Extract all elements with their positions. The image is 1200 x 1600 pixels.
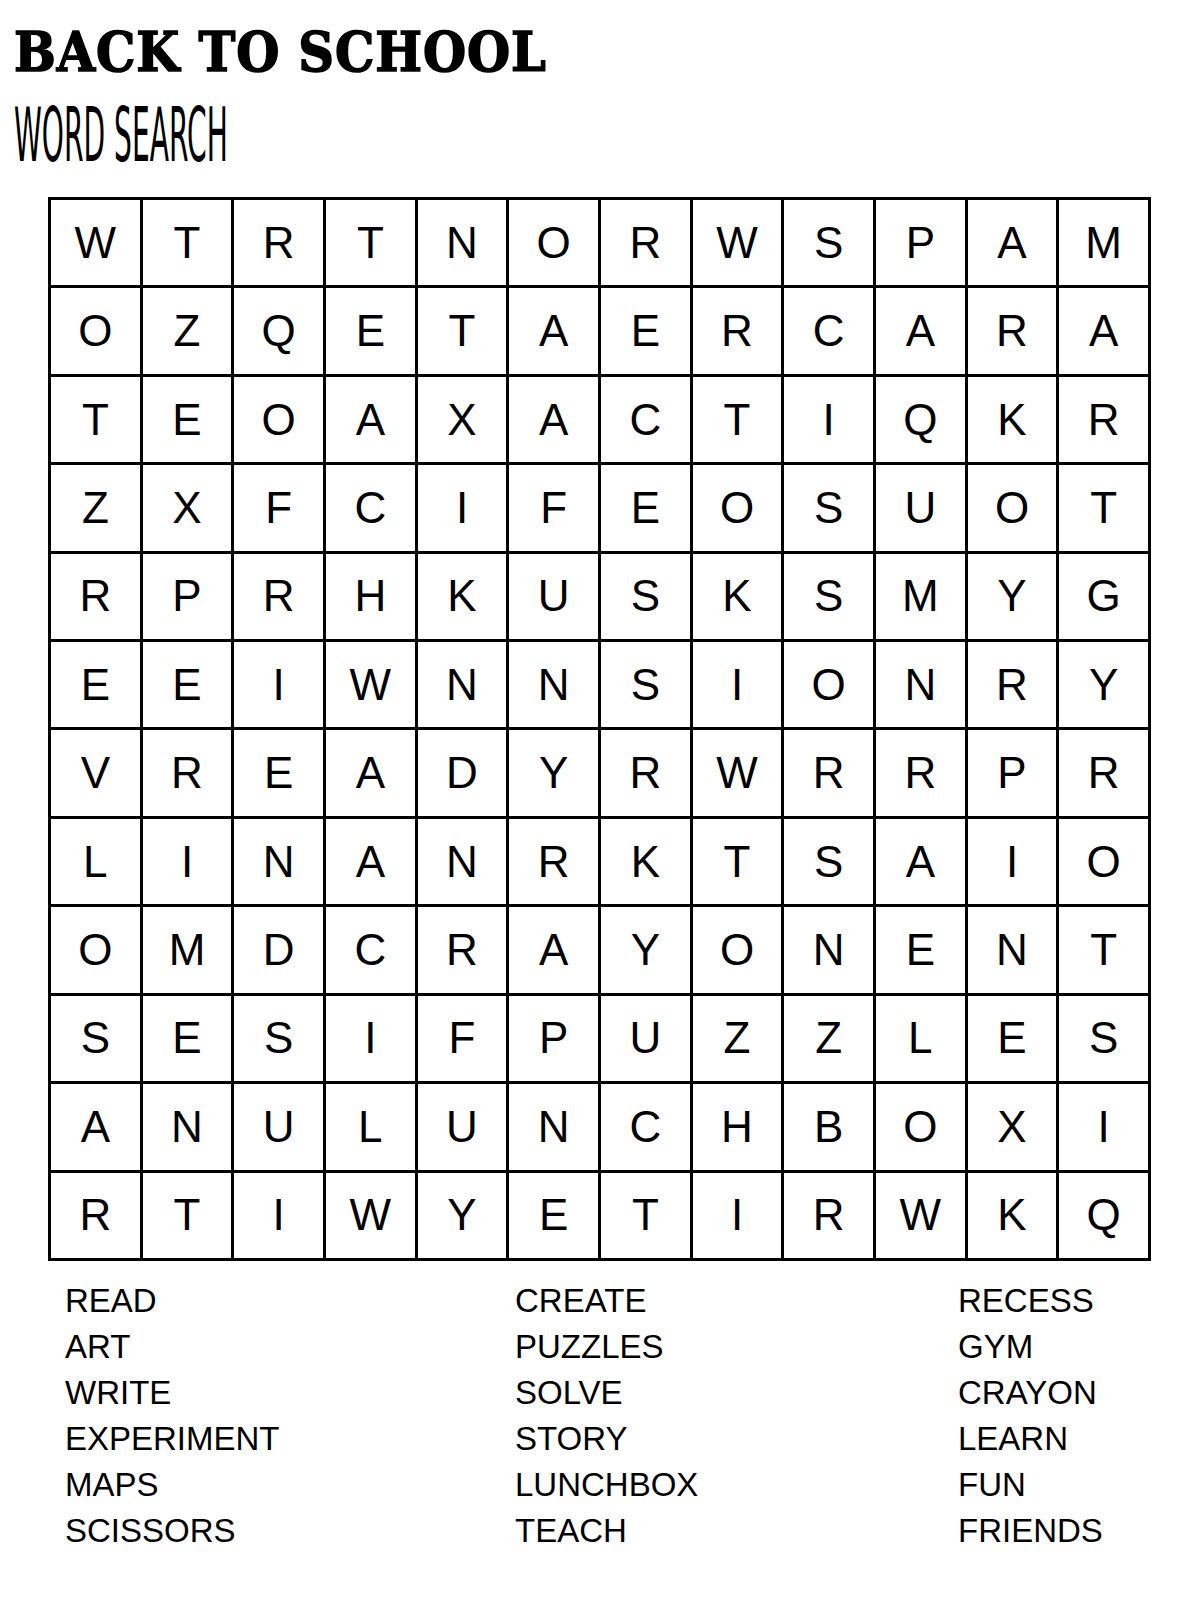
grid-cell-r9c8[interactable]: O [693,907,782,992]
word-list-item-friends: FRIENDS [958,1508,1103,1554]
grid-cell-r5c2[interactable]: P [143,554,232,639]
grid-cell-r1c3[interactable]: R [234,200,323,285]
grid-cell-r4c6[interactable]: F [509,465,598,550]
word-list-item-art: ART [65,1324,280,1370]
grid-cell-r2c8[interactable]: R [693,288,782,373]
grid-cell-r3c12[interactable]: R [1059,377,1148,462]
grid-cell-r2c10[interactable]: A [876,288,965,373]
grid-cell-r2c4[interactable]: E [326,288,415,373]
grid-cell-r2c5[interactable]: T [418,288,507,373]
grid-cell-r12c5[interactable]: Y [418,1173,507,1258]
grid-cell-r3c8[interactable]: T [693,377,782,462]
grid-cell-r9c9[interactable]: N [784,907,873,992]
grid-cell-r12c8[interactable]: I [693,1173,782,1258]
word-list-item-teach: TEACH [515,1508,698,1554]
grid-cell-r10c1[interactable]: S [51,996,140,1081]
grid-cell-r1c4[interactable]: T [326,200,415,285]
grid-cell-r6c9[interactable]: O [784,642,873,727]
grid-cell-r10c5[interactable]: F [418,996,507,1081]
grid-cell-r8c11[interactable]: I [968,819,1057,904]
grid-cell-r9c10[interactable]: E [876,907,965,992]
page-subtitle: WORD SEARCH [14,98,228,172]
grid-cell-r3c9[interactable]: I [784,377,873,462]
word-list-item-gym: GYM [958,1324,1103,1370]
grid-cell-r7c12[interactable]: R [1059,730,1148,815]
grid-cell-r11c8[interactable]: H [693,1084,782,1169]
grid-cell-r4c1[interactable]: Z [51,465,140,550]
grid-cell-r2c6[interactable]: A [509,288,598,373]
grid-cell-r7c5[interactable]: D [418,730,507,815]
grid-cell-r8c10[interactable]: A [876,819,965,904]
word-list-column-1: READARTWRITEEXPERIMENTMAPSSCISSORS [65,1278,280,1554]
word-list-item-story: STORY [515,1416,698,1462]
grid-cell-r4c4[interactable]: C [326,465,415,550]
grid-cell-r3c11[interactable]: K [968,377,1057,462]
grid-cell-r5c5[interactable]: K [418,554,507,639]
grid-cell-r9c11[interactable]: N [968,907,1057,992]
grid-cell-r9c4[interactable]: C [326,907,415,992]
grid-cell-r5c8[interactable]: K [693,554,782,639]
grid-cell-r1c12[interactable]: M [1059,200,1148,285]
grid-cell-r11c2[interactable]: N [143,1084,232,1169]
grid-cell-r7c3[interactable]: E [234,730,323,815]
grid-cell-r10c10[interactable]: L [876,996,965,1081]
grid-cell-r10c3[interactable]: S [234,996,323,1081]
grid-cell-r11c3[interactable]: U [234,1084,323,1169]
grid-cell-r11c5[interactable]: U [418,1084,507,1169]
grid-cell-r1c8[interactable]: W [693,200,782,285]
grid-cell-r7c9[interactable]: R [784,730,873,815]
grid-cell-r2c1[interactable]: O [51,288,140,373]
grid-cell-r4c9[interactable]: S [784,465,873,550]
grid-cell-r11c9[interactable]: B [784,1084,873,1169]
grid-cell-r8c5[interactable]: N [418,819,507,904]
word-list-column-2: CREATEPUZZLESSOLVESTORYLUNCHBOXTEACH [515,1278,698,1554]
grid-cell-r11c12[interactable]: I [1059,1084,1148,1169]
grid-cell-r7c8[interactable]: W [693,730,782,815]
grid-cell-r9c7[interactable]: Y [601,907,690,992]
grid-cell-r1c9[interactable]: S [784,200,873,285]
grid-cell-r5c9[interactable]: S [784,554,873,639]
grid-cell-r3c7[interactable]: C [601,377,690,462]
letter-grid: WTRTNORWSPAMOZQETAERCARATEOAXACTIQKRZXFC… [48,197,1151,1261]
grid-cell-r8c12[interactable]: O [1059,819,1148,904]
grid-cell-r8c4[interactable]: A [326,819,415,904]
grid-cell-r5c11[interactable]: Y [968,554,1057,639]
grid-cell-r7c7[interactable]: R [601,730,690,815]
grid-cell-r11c10[interactable]: O [876,1084,965,1169]
grid-cell-r9c2[interactable]: M [143,907,232,992]
grid-cell-r10c4[interactable]: I [326,996,415,1081]
grid-cell-r7c4[interactable]: A [326,730,415,815]
grid-cell-r5c7[interactable]: S [601,554,690,639]
grid-cell-r1c11[interactable]: A [968,200,1057,285]
word-list-item-maps: MAPS [65,1462,280,1508]
grid-cell-r1c6[interactable]: O [509,200,598,285]
grid-cell-r8c2[interactable]: I [143,819,232,904]
grid-cell-r5c3[interactable]: R [234,554,323,639]
word-list-item-read: READ [65,1278,280,1324]
word-list-item-scissors: SCISSORS [65,1508,280,1554]
grid-cell-r3c1[interactable]: T [51,377,140,462]
grid-cell-r5c6[interactable]: U [509,554,598,639]
grid-cell-r8c8[interactable]: T [693,819,782,904]
grid-cell-r5c12[interactable]: G [1059,554,1148,639]
grid-cell-r10c11[interactable]: E [968,996,1057,1081]
grid-cell-r4c11[interactable]: O [968,465,1057,550]
grid-cell-r9c5[interactable]: R [418,907,507,992]
grid-cell-r12c7[interactable]: T [601,1173,690,1258]
grid-cell-r9c6[interactable]: A [509,907,598,992]
grid-cell-r1c5[interactable]: N [418,200,507,285]
grid-cell-r1c10[interactable]: P [876,200,965,285]
grid-cell-r12c2[interactable]: T [143,1173,232,1258]
grid-cell-r6c1[interactable]: E [51,642,140,727]
grid-cell-r10c12[interactable]: S [1059,996,1148,1081]
grid-cell-r10c9[interactable]: Z [784,996,873,1081]
grid-cell-r4c7[interactable]: E [601,465,690,550]
grid-cell-r6c11[interactable]: R [968,642,1057,727]
grid-cell-r5c4[interactable]: H [326,554,415,639]
grid-cell-r6c7[interactable]: S [601,642,690,727]
word-list-item-fun: FUN [958,1462,1103,1508]
grid-cell-r12c3[interactable]: I [234,1173,323,1258]
word-list-item-solve: SOLVE [515,1370,698,1416]
grid-cell-r8c7[interactable]: K [601,819,690,904]
grid-cell-r6c6[interactable]: N [509,642,598,727]
grid-cell-r2c2[interactable]: Z [143,288,232,373]
grid-cell-r2c11[interactable]: R [968,288,1057,373]
grid-cell-r6c12[interactable]: Y [1059,642,1148,727]
grid-cell-r11c7[interactable]: C [601,1084,690,1169]
grid-cell-r11c6[interactable]: N [509,1084,598,1169]
grid-cell-r6c3[interactable]: I [234,642,323,727]
grid-cell-r1c7[interactable]: R [601,200,690,285]
grid-cell-r7c6[interactable]: Y [509,730,598,815]
grid-cell-r12c9[interactable]: R [784,1173,873,1258]
grid-cell-r12c6[interactable]: E [509,1173,598,1258]
grid-cell-r4c3[interactable]: F [234,465,323,550]
grid-cell-r10c2[interactable]: E [143,996,232,1081]
grid-cell-r6c8[interactable]: I [693,642,782,727]
grid-cell-r11c11[interactable]: X [968,1084,1057,1169]
grid-cell-r4c10[interactable]: U [876,465,965,550]
word-list-item-learn: LEARN [958,1416,1103,1462]
word-list-item-create: CREATE [515,1278,698,1324]
grid-cell-r5c1[interactable]: R [51,554,140,639]
grid-cell-r8c9[interactable]: S [784,819,873,904]
grid-cell-r9c3[interactable]: D [234,907,323,992]
grid-cell-r1c2[interactable]: T [143,200,232,285]
grid-cell-r1c1[interactable]: W [51,200,140,285]
grid-cell-r7c2[interactable]: R [143,730,232,815]
grid-cell-r8c3[interactable]: N [234,819,323,904]
grid-cell-r12c12[interactable]: Q [1059,1173,1148,1258]
grid-cell-r4c5[interactable]: I [418,465,507,550]
grid-cell-r7c1[interactable]: V [51,730,140,815]
grid-cell-r6c4[interactable]: W [326,642,415,727]
grid-cell-r11c4[interactable]: L [326,1084,415,1169]
grid-cell-r10c8[interactable]: Z [693,996,782,1081]
page-title: BACK TO SCHOOL [14,24,547,79]
word-list-item-write: WRITE [65,1370,280,1416]
grid-cell-r3c3[interactable]: O [234,377,323,462]
word-list-item-crayon: CRAYON [958,1370,1103,1416]
word-list-item-lunchbox: LUNCHBOX [515,1462,698,1508]
grid-cell-r8c6[interactable]: R [509,819,598,904]
grid-cell-r4c12[interactable]: T [1059,465,1148,550]
grid-cell-r9c12[interactable]: T [1059,907,1148,992]
grid-cell-r10c6[interactable]: P [509,996,598,1081]
grid-cell-r12c10[interactable]: W [876,1173,965,1258]
grid-cell-r3c10[interactable]: Q [876,377,965,462]
word-list-item-puzzles: PUZZLES [515,1324,698,1370]
grid-cell-r6c2[interactable]: E [143,642,232,727]
grid-cell-r12c1[interactable]: R [51,1173,140,1258]
grid-cell-r7c10[interactable]: R [876,730,965,815]
grid-cell-r2c12[interactable]: A [1059,288,1148,373]
grid-cell-r3c6[interactable]: A [509,377,598,462]
grid-cell-r7c11[interactable]: P [968,730,1057,815]
grid-cell-r4c8[interactable]: O [693,465,782,550]
worksheet-page: BACK TO SCHOOL WORD SEARCH WTRTNORWSPAMO… [0,0,1200,1600]
word-list-item-recess: RECESS [958,1278,1103,1324]
grid-cell-r3c4[interactable]: A [326,377,415,462]
word-list-item-experiment: EXPERIMENT [65,1416,280,1462]
grid-cell-r2c7[interactable]: E [601,288,690,373]
grid-cell-r8c1[interactable]: L [51,819,140,904]
grid-cell-r11c1[interactable]: A [51,1084,140,1169]
grid-cell-r4c2[interactable]: X [143,465,232,550]
grid-cell-r3c5[interactable]: X [418,377,507,462]
grid-cell-r2c9[interactable]: C [784,288,873,373]
grid-cell-r5c10[interactable]: M [876,554,965,639]
grid-cell-r9c1[interactable]: O [51,907,140,992]
grid-cell-r3c2[interactable]: E [143,377,232,462]
grid-cell-r2c3[interactable]: Q [234,288,323,373]
grid-cell-r12c11[interactable]: K [968,1173,1057,1258]
grid-cell-r6c5[interactable]: N [418,642,507,727]
grid-cell-r6c10[interactable]: N [876,642,965,727]
grid-cell-r12c4[interactable]: W [326,1173,415,1258]
word-list-column-3: RECESSGYMCRAYONLEARNFUNFRIENDS [958,1278,1103,1554]
grid-cell-r10c7[interactable]: U [601,996,690,1081]
